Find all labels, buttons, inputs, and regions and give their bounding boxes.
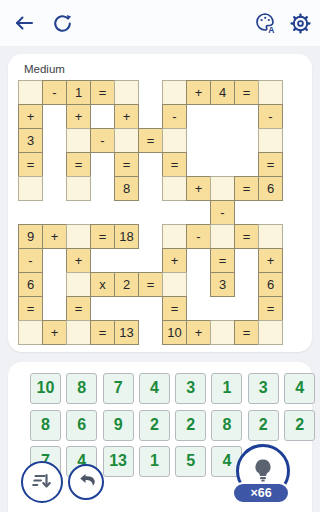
grid-row: 3-= [18, 128, 283, 153]
tray-tile-r2-1[interactable]: 8 [30, 410, 61, 441]
grid-empty-cell-r6c8[interactable] [210, 224, 235, 249]
grid-row: 9+=18-= [18, 224, 283, 249]
grid-void [18, 200, 43, 225]
grid-void [114, 296, 139, 321]
grid-given-cell-r9c0: = [18, 296, 43, 321]
grid-given-cell-r6c9: = [234, 224, 259, 249]
tray-tile-r2-4[interactable]: 2 [139, 410, 170, 441]
grid-void [210, 152, 235, 177]
grid-given-cell-r3c2: = [66, 152, 91, 177]
grid-given-cell-r10c1: + [42, 320, 67, 345]
grid-void [90, 248, 115, 273]
grid-given-cell-r9c6: = [162, 296, 187, 321]
grid-void [186, 200, 211, 225]
tray-tile-r2-3[interactable]: 9 [103, 410, 134, 441]
tray-tile-r1-8[interactable]: 4 [284, 373, 315, 404]
grid-given-cell-r9c2: = [66, 296, 91, 321]
grid-given-cell-r2c3: - [90, 128, 115, 153]
grid-empty-cell-r10c2[interactable] [66, 320, 91, 345]
grid-row: -++=+ [18, 248, 283, 273]
grid-empty-cell-r4c8[interactable] [210, 176, 235, 201]
grid-empty-cell-r10c0[interactable] [18, 320, 43, 345]
grid-empty-cell-r6c10[interactable] [258, 224, 283, 249]
grid-void [138, 200, 163, 225]
grid-given-cell-r8c10: 6 [258, 272, 283, 297]
top-bar: A [0, 0, 320, 46]
tray-tile-r1-1[interactable]: 10 [30, 373, 61, 404]
grid-void [138, 224, 163, 249]
grid-given-cell-r7c0: - [18, 248, 43, 273]
tray-row-2: 86922822 [30, 410, 320, 441]
grid-void [138, 80, 163, 105]
grid-void [138, 104, 163, 129]
grid-void [186, 152, 211, 177]
grid-given-cell-r1c2: + [66, 104, 91, 129]
grid-void [186, 296, 211, 321]
grid-given-cell-r8c3: x [90, 272, 115, 297]
grid-void [90, 176, 115, 201]
grid-void [234, 200, 259, 225]
tray-tile-r2-6[interactable]: 8 [211, 410, 242, 441]
grid-void [186, 248, 211, 273]
grid-void [42, 272, 67, 297]
tray-tile-r1-2[interactable]: 8 [66, 373, 97, 404]
grid-void [42, 152, 67, 177]
grid-given-cell-r1c10: - [258, 104, 283, 129]
grid-void [210, 128, 235, 153]
grid-given-cell-r4c7: + [186, 176, 211, 201]
grid-given-cell-r7c6: + [162, 248, 187, 273]
grid-void [138, 296, 163, 321]
grid-empty-cell-r8c2[interactable] [66, 272, 91, 297]
tray-tile-r3-5[interactable]: 5 [175, 446, 206, 477]
tray-tile-r1-3[interactable]: 7 [103, 373, 134, 404]
grid-void [186, 272, 211, 297]
grid-given-cell-r8c4: 2 [114, 272, 139, 297]
grid-row: +=1310+= [18, 320, 283, 345]
grid-row: ==== [18, 296, 283, 321]
tray-tile-r3-4[interactable]: 1 [139, 446, 170, 477]
grid-given-cell-r2c5: = [138, 128, 163, 153]
grid-empty-cell-r8c6[interactable] [162, 272, 187, 297]
grid-empty-cell-r2c4[interactable] [114, 128, 139, 153]
grid-given-cell-r0c1: - [42, 80, 67, 105]
grid-row: 6x2=36 [18, 272, 283, 297]
restart-icon [51, 12, 74, 35]
grid-empty-cell-r4c2[interactable] [66, 176, 91, 201]
grid-void [66, 200, 91, 225]
palette-icon: A [254, 11, 278, 35]
tray-tile-r2-7[interactable]: 2 [248, 410, 279, 441]
grid-row: - [18, 200, 283, 225]
grid-empty-cell-r0c4[interactable] [114, 80, 139, 105]
grid-void [138, 248, 163, 273]
grid-given-cell-r2c0: 3 [18, 128, 43, 153]
grid-empty-cell-r2c6[interactable] [162, 128, 187, 153]
grid-given-cell-r8c5: = [138, 272, 163, 297]
grid-given-cell-r6c0: 9 [18, 224, 43, 249]
sort-tiles-button[interactable] [21, 461, 63, 503]
grid-void [138, 176, 163, 201]
grid-given-cell-r10c4: 13 [114, 320, 139, 345]
grid-given-cell-r10c6: 10 [162, 320, 187, 345]
sort-icon [30, 469, 54, 496]
tray-tile-r2-5[interactable]: 2 [175, 410, 206, 441]
grid-row: -1=+4= [18, 80, 283, 105]
grid-given-cell-r0c9: = [234, 80, 259, 105]
grid-void [234, 104, 259, 129]
grid-given-cell-r3c4: = [114, 152, 139, 177]
grid-void [42, 296, 67, 321]
grid-void [186, 128, 211, 153]
grid-row: ===== [18, 152, 283, 177]
grid-empty-cell-r0c0[interactable] [18, 80, 43, 105]
grid-given-cell-r1c4: + [114, 104, 139, 129]
tray-tile-r1-7[interactable]: 3 [248, 373, 279, 404]
grid-given-cell-r10c7: + [186, 320, 211, 345]
grid-void [138, 320, 163, 345]
grid-void [90, 200, 115, 225]
grid-void [42, 176, 67, 201]
grid-void [186, 104, 211, 129]
tray-tile-r3-3[interactable]: 13 [103, 446, 134, 477]
grid-given-cell-r7c10: + [258, 248, 283, 273]
svg-text:A: A [268, 25, 274, 35]
grid-void [90, 104, 115, 129]
grid-given-cell-r1c0: + [18, 104, 43, 129]
grid-given-cell-r1c6: - [162, 104, 187, 129]
undo-arrow-icon [76, 470, 97, 494]
grid-empty-cell-r2c2[interactable] [66, 128, 91, 153]
grid-given-cell-r0c7: + [186, 80, 211, 105]
grid-given-cell-r4c4: 8 [114, 176, 139, 201]
grid-given-cell-r7c8: = [210, 248, 235, 273]
grid-void [234, 272, 259, 297]
tray-tile-r2-8[interactable]: 2 [284, 410, 315, 441]
settings-button[interactable] [286, 9, 314, 37]
crossmath-grid: -1=+4=+++--3-======8+=6-9+=18-=-++=+6x2=… [18, 80, 283, 345]
grid-row: 8+=6 [18, 176, 283, 201]
back-arrow-icon [12, 11, 36, 35]
gear-icon [289, 12, 312, 35]
grid-void [162, 200, 187, 225]
grid-empty-cell-r2c10[interactable] [258, 128, 283, 153]
puzzle-board-card: Medium -1=+4=+++--3-======8+=6-9+=18-=-+… [8, 54, 312, 352]
grid-empty-cell-r4c0[interactable] [18, 176, 43, 201]
grid-void [42, 128, 67, 153]
grid-void [234, 152, 259, 177]
back-button[interactable] [10, 9, 38, 37]
grid-given-cell-r0c3: = [90, 80, 115, 105]
grid-void [234, 128, 259, 153]
grid-void [42, 248, 67, 273]
grid-given-cell-r3c10: = [258, 152, 283, 177]
grid-given-cell-r0c2: 1 [66, 80, 91, 105]
difficulty-label: Medium [24, 63, 65, 75]
grid-row: +++-- [18, 104, 283, 129]
grid-empty-cell-r6c6[interactable] [162, 224, 187, 249]
grid-empty-cell-r10c8[interactable] [210, 320, 235, 345]
tray-row-1: 108743134 [30, 373, 320, 404]
grid-given-cell-r4c10: 6 [258, 176, 283, 201]
grid-void [114, 248, 139, 273]
grid-given-cell-r6c1: + [42, 224, 67, 249]
tray-tile-r1-4[interactable]: 4 [139, 373, 170, 404]
grid-void [210, 296, 235, 321]
grid-given-cell-r8c0: 6 [18, 272, 43, 297]
grid-empty-cell-r0c6[interactable] [162, 80, 187, 105]
hint-count-badge: ×66 [232, 482, 290, 504]
grid-given-cell-r6c4: 18 [114, 224, 139, 249]
grid-void [42, 104, 67, 129]
grid-given-cell-r3c6: = [162, 152, 187, 177]
tray-tile-r2-2[interactable]: 6 [66, 410, 97, 441]
theme-button[interactable]: A [252, 9, 280, 37]
grid-given-cell-r10c9: = [234, 320, 259, 345]
grid-empty-cell-r4c6[interactable] [162, 176, 187, 201]
restart-button[interactable] [48, 9, 76, 37]
grid-void [90, 152, 115, 177]
grid-given-cell-r5c8: - [210, 200, 235, 225]
grid-void [138, 152, 163, 177]
grid-given-cell-r7c2: + [66, 248, 91, 273]
grid-void [258, 200, 283, 225]
tray-tile-r1-6[interactable]: 1 [211, 373, 242, 404]
grid-given-cell-r0c8: 4 [210, 80, 235, 105]
undo-button[interactable] [68, 464, 104, 500]
grid-given-cell-r6c3: = [90, 224, 115, 249]
grid-void [210, 104, 235, 129]
tray-tile-r1-5[interactable]: 3 [175, 373, 206, 404]
grid-void [42, 200, 67, 225]
number-tray-card: 108743134869228227413154 ×66 [8, 362, 312, 512]
grid-void [234, 296, 259, 321]
grid-empty-cell-r10c10[interactable] [258, 320, 283, 345]
grid-empty-cell-r0c10[interactable] [258, 80, 283, 105]
grid-void [234, 248, 259, 273]
grid-given-cell-r3c0: = [18, 152, 43, 177]
grid-given-cell-r8c8: 3 [210, 272, 235, 297]
grid-void [90, 296, 115, 321]
grid-given-cell-r10c3: = [90, 320, 115, 345]
grid-given-cell-r4c9: = [234, 176, 259, 201]
grid-void [114, 200, 139, 225]
grid-given-cell-r9c10: = [258, 296, 283, 321]
grid-empty-cell-r6c2[interactable] [66, 224, 91, 249]
grid-given-cell-r6c7: - [186, 224, 211, 249]
